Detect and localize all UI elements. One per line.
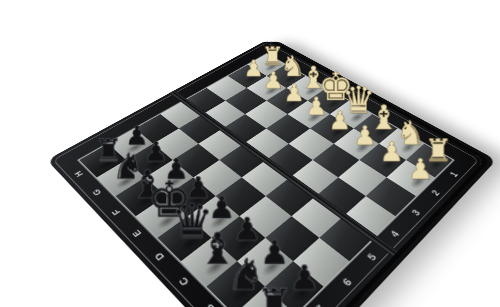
- white-pawn-glyph: ♟: [397, 157, 443, 183]
- chessboard: HGFEDCBA 87654321 ♜♞♝♛♚♝♞♜♟♟♟♟♟♟♟♟♟♟♟♟♟♟…: [47, 40, 485, 307]
- black-rook-glyph: ♜: [245, 285, 303, 307]
- pieces-layer: ♜♞♝♛♚♝♞♜♟♟♟♟♟♟♟♟♟♟♟♟♟♟♟♟♜♞♝♛♚♝♞♜: [47, 40, 485, 307]
- product-photo: HGFEDCBA 87654321 ♜♞♝♛♚♝♞♜♟♟♟♟♟♟♟♟♟♟♟♟♟♟…: [0, 0, 500, 307]
